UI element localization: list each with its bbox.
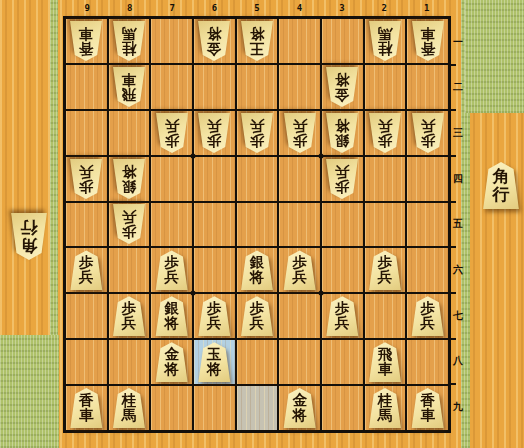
square-6七[interactable]: 歩 兵	[194, 294, 235, 338]
square-6三[interactable]: 歩 兵	[194, 111, 235, 155]
file-coordinate-labels: 987654321	[66, 1, 448, 15]
piece-face: 角 行	[482, 162, 520, 209]
square-3二[interactable]: 金 将	[322, 65, 363, 109]
piece-face: 歩 兵	[283, 113, 317, 153]
piece-face: 歩 兵	[283, 250, 317, 290]
tick-mark	[451, 64, 456, 66]
square-1一[interactable]: 香 車	[407, 19, 448, 63]
piece-kyosha-lance-sente[interactable]: 香 車	[69, 388, 103, 428]
square-1九[interactable]: 香 車	[407, 386, 448, 430]
tick-mark	[451, 383, 456, 385]
square-8三[interactable]	[109, 111, 150, 155]
sente-hand-pieces: 角 行	[482, 162, 520, 209]
piece-face: 玉 将	[197, 342, 231, 382]
square-2六[interactable]: 歩 兵	[365, 248, 406, 292]
square-7六[interactable]: 歩 兵	[151, 248, 192, 292]
tick-mark	[451, 292, 456, 294]
piece-face: 歩 兵	[112, 204, 146, 244]
piece-face: 歩 兵	[197, 113, 231, 153]
square-2九[interactable]: 桂 馬	[365, 386, 406, 430]
square-3九[interactable]	[322, 386, 363, 430]
square-4一[interactable]	[279, 19, 320, 63]
piece-keima-knight-sente[interactable]: 桂 馬	[112, 388, 146, 428]
piece-fu-pawn-sente[interactable]: 歩 兵	[368, 250, 402, 290]
piece-kyosha-lance-gote[interactable]: 香 車	[411, 21, 445, 61]
square-5九[interactable]	[237, 386, 278, 430]
piece-fu-pawn-gote[interactable]: 歩 兵	[197, 113, 231, 153]
piece-ou-king-gote[interactable]: 王 将	[240, 21, 274, 61]
square-4四[interactable]	[279, 157, 320, 201]
piece-gin-silver-gote[interactable]: 銀 将	[112, 159, 146, 199]
piece-keima-knight-gote[interactable]: 桂 馬	[368, 21, 402, 61]
piece-face: 歩 兵	[155, 113, 189, 153]
gote-komadai-area	[465, 0, 524, 113]
square-2八[interactable]: 飛 車	[365, 340, 406, 384]
square-3五[interactable]	[322, 203, 363, 247]
piece-fu-pawn-sente[interactable]: 歩 兵	[325, 296, 359, 336]
piece-fu-pawn-sente[interactable]: 歩 兵	[411, 296, 445, 336]
square-8五[interactable]: 歩 兵	[109, 203, 150, 247]
square-4九[interactable]: 金 将	[279, 386, 320, 430]
piece-face: 歩 兵	[240, 113, 274, 153]
square-9三[interactable]	[66, 111, 107, 155]
piece-face: 桂 馬	[368, 21, 402, 61]
square-6六[interactable]	[194, 248, 235, 292]
square-5一[interactable]: 王 将	[237, 19, 278, 63]
square-3六[interactable]	[322, 248, 363, 292]
square-4七[interactable]	[279, 294, 320, 338]
piece-face: 金 将	[155, 342, 189, 382]
square-1八[interactable]	[407, 340, 448, 384]
piece-face: 銀 将	[112, 159, 146, 199]
piece-hisha-rook-sente[interactable]: 飛 車	[368, 342, 402, 382]
square-1三[interactable]: 歩 兵	[407, 111, 448, 155]
square-8六[interactable]	[109, 248, 150, 292]
tick-mark	[451, 338, 456, 340]
square-2二[interactable]	[365, 65, 406, 109]
file-label-3: 3	[321, 1, 363, 15]
square-7九[interactable]	[151, 386, 192, 430]
piece-kin-gold-sente[interactable]: 金 将	[155, 342, 189, 382]
square-1二[interactable]	[407, 65, 448, 109]
square-9二[interactable]	[66, 65, 107, 109]
square-3七[interactable]: 歩 兵	[322, 294, 363, 338]
square-2一[interactable]: 桂 馬	[365, 19, 406, 63]
piece-fu-pawn-gote[interactable]: 歩 兵	[325, 159, 359, 199]
piece-face: 角 行	[10, 213, 48, 260]
piece-face: 歩 兵	[112, 296, 146, 336]
square-3一[interactable]	[322, 19, 363, 63]
piece-face: 歩 兵	[411, 113, 445, 153]
piece-face: 香 車	[69, 21, 103, 61]
piece-keima-knight-sente[interactable]: 桂 馬	[368, 388, 402, 428]
piece-fu-pawn-sente[interactable]: 歩 兵	[155, 250, 189, 290]
square-7七[interactable]: 銀 将	[151, 294, 192, 338]
piece-face: 桂 馬	[112, 388, 146, 428]
square-8一[interactable]: 桂 馬	[109, 19, 150, 63]
piece-face: 桂 馬	[112, 21, 146, 61]
square-8七[interactable]: 歩 兵	[109, 294, 150, 338]
hoshi-dot	[191, 153, 196, 158]
square-5三[interactable]: 歩 兵	[237, 111, 278, 155]
square-7四[interactable]	[151, 157, 192, 201]
square-7三[interactable]: 歩 兵	[151, 111, 192, 155]
file-label-2: 2	[363, 1, 405, 15]
square-2七[interactable]	[365, 294, 406, 338]
piece-face: 金 将	[197, 21, 231, 61]
piece-face: 歩 兵	[240, 296, 274, 336]
square-4二[interactable]	[279, 65, 320, 109]
square-6二[interactable]	[194, 65, 235, 109]
square-9四[interactable]: 歩 兵	[66, 157, 107, 201]
file-label-7: 7	[151, 1, 193, 15]
piece-face: 香 車	[69, 388, 103, 428]
square-7一[interactable]	[151, 19, 192, 63]
square-5八[interactable]	[237, 340, 278, 384]
square-4五[interactable]	[279, 203, 320, 247]
square-9六[interactable]: 歩 兵	[66, 248, 107, 292]
piece-face: 香 車	[411, 21, 445, 61]
piece-face: 歩 兵	[155, 250, 189, 290]
piece-fu-pawn-sente[interactable]: 歩 兵	[240, 296, 274, 336]
square-7五[interactable]	[151, 203, 192, 247]
file-label-8: 8	[108, 1, 150, 15]
piece-keima-knight-gote[interactable]: 桂 馬	[112, 21, 146, 61]
square-5二[interactable]	[237, 65, 278, 109]
piece-face: 香 車	[411, 388, 445, 428]
tick-mark	[451, 201, 456, 203]
square-3三[interactable]: 銀 将	[322, 111, 363, 155]
tick-mark	[451, 246, 456, 248]
piece-kaku-bishop-sente[interactable]: 角 行	[482, 162, 520, 209]
piece-face: 歩 兵	[197, 296, 231, 336]
square-2三[interactable]: 歩 兵	[365, 111, 406, 155]
hoshi-dot	[318, 153, 323, 158]
square-6四[interactable]	[194, 157, 235, 201]
piece-hisha-rook-gote[interactable]: 飛 車	[112, 67, 146, 107]
piece-gin-silver-sente[interactable]: 銀 将	[240, 250, 274, 290]
square-3八[interactable]	[322, 340, 363, 384]
square-9九[interactable]: 香 車	[66, 386, 107, 430]
hoshi-dot	[191, 290, 196, 295]
piece-fu-pawn-gote[interactable]: 歩 兵	[240, 113, 274, 153]
square-1四[interactable]	[407, 157, 448, 201]
piece-face: 銀 将	[155, 296, 189, 336]
piece-kin-gold-gote[interactable]: 金 将	[325, 67, 359, 107]
square-2五[interactable]	[365, 203, 406, 247]
square-8九[interactable]: 桂 馬	[109, 386, 150, 430]
gote-hand-pieces: 角 行	[10, 213, 48, 260]
piece-face: 歩 兵	[325, 159, 359, 199]
square-6一[interactable]: 金 将	[194, 19, 235, 63]
piece-kyosha-lance-gote[interactable]: 香 車	[69, 21, 103, 61]
file-label-6: 6	[193, 1, 235, 15]
hoshi-dot	[318, 290, 323, 295]
square-2四[interactable]	[365, 157, 406, 201]
piece-kin-gold-gote[interactable]: 金 将	[197, 21, 231, 61]
file-label-5: 5	[236, 1, 278, 15]
square-4三[interactable]: 歩 兵	[279, 111, 320, 155]
piece-face: 歩 兵	[69, 250, 103, 290]
piece-kyosha-lance-sente[interactable]: 香 車	[411, 388, 445, 428]
square-6八[interactable]: 玉 将	[194, 340, 235, 384]
piece-fu-pawn-sente[interactable]: 歩 兵	[69, 250, 103, 290]
square-8四[interactable]: 銀 将	[109, 157, 150, 201]
tick-mark	[451, 109, 456, 111]
square-1五[interactable]	[407, 203, 448, 247]
square-7八[interactable]: 金 将	[151, 340, 192, 384]
piece-fu-pawn-gote[interactable]: 歩 兵	[155, 113, 189, 153]
square-6五[interactable]	[194, 203, 235, 247]
piece-fu-pawn-gote[interactable]: 歩 兵	[283, 113, 317, 153]
board-grid: 香 車桂 馬金 将王 将桂 馬香 車飛 車金 将歩 兵歩 兵歩 兵歩 兵銀 将歩…	[66, 19, 448, 430]
piece-face: 飛 車	[368, 342, 402, 382]
piece-fu-pawn-gote[interactable]: 歩 兵	[112, 204, 146, 244]
sente-komadai-area	[0, 335, 59, 448]
tick-mark	[451, 155, 456, 157]
square-3四[interactable]: 歩 兵	[322, 157, 363, 201]
piece-fu-pawn-gote[interactable]: 歩 兵	[411, 113, 445, 153]
piece-face: 歩 兵	[325, 296, 359, 336]
piece-face: 歩 兵	[368, 113, 402, 153]
file-label-1: 1	[406, 1, 448, 15]
shogi-app: 987654321 一二三四五六七八九 香 車桂 馬金 将王 将桂 馬香 車飛 …	[0, 0, 524, 448]
piece-fu-pawn-gote[interactable]: 歩 兵	[69, 159, 103, 199]
square-5四[interactable]	[237, 157, 278, 201]
piece-gyoku-king-sente[interactable]: 玉 将	[197, 342, 231, 382]
square-4八[interactable]	[279, 340, 320, 384]
rank-tick-marks	[451, 19, 456, 430]
piece-kin-gold-sente[interactable]: 金 将	[283, 388, 317, 428]
square-7二[interactable]	[151, 65, 192, 109]
piece-fu-pawn-sente[interactable]: 歩 兵	[197, 296, 231, 336]
piece-face: 歩 兵	[368, 250, 402, 290]
piece-face: 桂 馬	[368, 388, 402, 428]
square-5六[interactable]: 銀 将	[237, 248, 278, 292]
square-9七[interactable]	[66, 294, 107, 338]
piece-face: 銀 将	[325, 113, 359, 153]
square-9一[interactable]: 香 車	[66, 19, 107, 63]
piece-face: 金 将	[283, 388, 317, 428]
piece-fu-pawn-sente[interactable]: 歩 兵	[112, 296, 146, 336]
piece-gin-silver-gote[interactable]: 銀 将	[325, 113, 359, 153]
square-9五[interactable]	[66, 203, 107, 247]
piece-gin-silver-sente[interactable]: 銀 将	[155, 296, 189, 336]
file-label-4: 4	[278, 1, 320, 15]
piece-face: 飛 車	[112, 67, 146, 107]
piece-fu-pawn-gote[interactable]: 歩 兵	[368, 113, 402, 153]
piece-fu-pawn-sente[interactable]: 歩 兵	[283, 250, 317, 290]
square-5五[interactable]	[237, 203, 278, 247]
square-1六[interactable]	[407, 248, 448, 292]
square-5七[interactable]: 歩 兵	[237, 294, 278, 338]
piece-face: 王 将	[240, 21, 274, 61]
file-label-9: 9	[66, 1, 108, 15]
square-1七[interactable]: 歩 兵	[407, 294, 448, 338]
square-8二[interactable]: 飛 車	[109, 65, 150, 109]
square-4六[interactable]: 歩 兵	[279, 248, 320, 292]
piece-face: 歩 兵	[69, 159, 103, 199]
piece-face: 金 将	[325, 67, 359, 107]
piece-face: 歩 兵	[411, 296, 445, 336]
square-9八[interactable]	[66, 340, 107, 384]
board-frame: 香 車桂 馬金 将王 将桂 馬香 車飛 車金 将歩 兵歩 兵歩 兵歩 兵銀 将歩…	[63, 16, 451, 433]
piece-kaku-bishop-gote[interactable]: 角 行	[10, 213, 48, 260]
square-6九[interactable]	[194, 386, 235, 430]
piece-face: 銀 将	[240, 250, 274, 290]
square-8八[interactable]	[109, 340, 150, 384]
